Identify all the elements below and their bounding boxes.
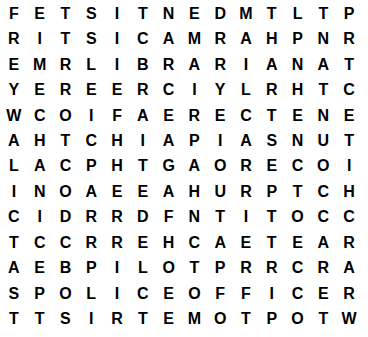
cell-r5c9[interactable]: E bbox=[207, 103, 233, 128]
cell-r7c11[interactable]: E bbox=[259, 154, 285, 179]
cell-r7c8[interactable]: A bbox=[182, 154, 208, 179]
cell-r12c2[interactable]: P bbox=[27, 281, 53, 306]
cell-r13c6[interactable]: T bbox=[130, 307, 156, 332]
cell-r7c14[interactable]: I bbox=[336, 154, 362, 179]
cell-r3c9[interactable]: R bbox=[207, 52, 233, 77]
cell-r11c8[interactable]: T bbox=[182, 256, 208, 281]
cell-r1c1[interactable]: F bbox=[1, 1, 27, 26]
cell-r3c8[interactable]: A bbox=[182, 52, 208, 77]
cell-r5c2[interactable]: C bbox=[27, 103, 53, 128]
cell-r8c11[interactable]: P bbox=[259, 179, 285, 204]
cell-r11c5[interactable]: I bbox=[104, 256, 130, 281]
cell-r3c2[interactable]: M bbox=[27, 52, 53, 77]
cell-r7c7[interactable]: G bbox=[156, 154, 182, 179]
cell-r13c11[interactable]: P bbox=[259, 307, 285, 332]
cell-r4c9[interactable]: Y bbox=[207, 77, 233, 102]
cell-r13c14[interactable]: W bbox=[336, 307, 362, 332]
cell-r2c14[interactable]: R bbox=[336, 26, 362, 51]
cell-r11c11[interactable]: R bbox=[259, 256, 285, 281]
cell-r1c8[interactable]: E bbox=[182, 1, 208, 26]
cell-r5c6[interactable]: A bbox=[130, 103, 156, 128]
cell-r8c1[interactable]: I bbox=[1, 179, 27, 204]
cell-r13c2[interactable]: T bbox=[27, 307, 53, 332]
cell-r8c4[interactable]: A bbox=[78, 179, 104, 204]
cell-r1c6[interactable]: T bbox=[130, 1, 156, 26]
cell-r4c11[interactable]: R bbox=[259, 77, 285, 102]
cell-r9c7[interactable]: F bbox=[156, 205, 182, 230]
cell-r10c1[interactable]: T bbox=[1, 230, 27, 255]
cell-r2c5[interactable]: I bbox=[104, 26, 130, 51]
cell-r11c7[interactable]: O bbox=[156, 256, 182, 281]
cell-r4c7[interactable]: C bbox=[156, 77, 182, 102]
cell-r9c4[interactable]: R bbox=[78, 205, 104, 230]
cell-r12c4[interactable]: L bbox=[78, 281, 104, 306]
cell-r6c13[interactable]: U bbox=[310, 128, 336, 153]
cell-r7c10[interactable]: R bbox=[233, 154, 259, 179]
cell-r4c1[interactable]: Y bbox=[1, 77, 27, 102]
cell-r6c1[interactable]: A bbox=[1, 128, 27, 153]
cell-r10c9[interactable]: A bbox=[207, 230, 233, 255]
cell-r12c14[interactable]: R bbox=[336, 281, 362, 306]
cell-r2c2[interactable]: I bbox=[27, 26, 53, 51]
cell-r10c12[interactable]: E bbox=[285, 230, 311, 255]
cell-r12c10[interactable]: F bbox=[233, 281, 259, 306]
cell-r8c3[interactable]: O bbox=[53, 179, 79, 204]
cell-r1c7[interactable]: N bbox=[156, 1, 182, 26]
cell-r2c9[interactable]: R bbox=[207, 26, 233, 51]
cell-r4c14[interactable]: C bbox=[336, 77, 362, 102]
cell-r3c14[interactable]: T bbox=[336, 52, 362, 77]
cell-r5c7[interactable]: E bbox=[156, 103, 182, 128]
cell-r10c2[interactable]: C bbox=[27, 230, 53, 255]
cell-r4c6[interactable]: R bbox=[130, 77, 156, 102]
cell-r10c11[interactable]: T bbox=[259, 230, 285, 255]
cell-r5c3[interactable]: O bbox=[53, 103, 79, 128]
cell-r6c11[interactable]: S bbox=[259, 128, 285, 153]
cell-r9c11[interactable]: T bbox=[259, 205, 285, 230]
cell-r13c9[interactable]: O bbox=[207, 307, 233, 332]
cell-r9c5[interactable]: R bbox=[104, 205, 130, 230]
cell-r12c1[interactable]: S bbox=[1, 281, 27, 306]
cell-r3c6[interactable]: B bbox=[130, 52, 156, 77]
cell-r9c13[interactable]: C bbox=[310, 205, 336, 230]
cell-r3c12[interactable]: N bbox=[285, 52, 311, 77]
cell-r11c10[interactable]: R bbox=[233, 256, 259, 281]
cell-r2c3[interactable]: T bbox=[53, 26, 79, 51]
cell-r11c4[interactable]: P bbox=[78, 256, 104, 281]
cell-r9c2[interactable]: I bbox=[27, 205, 53, 230]
cell-r6c5[interactable]: H bbox=[104, 128, 130, 153]
cell-r12c12[interactable]: C bbox=[285, 281, 311, 306]
cell-r13c7[interactable]: E bbox=[156, 307, 182, 332]
cell-r7c6[interactable]: T bbox=[130, 154, 156, 179]
cell-r13c1[interactable]: T bbox=[1, 307, 27, 332]
cell-r11c9[interactable]: P bbox=[207, 256, 233, 281]
cell-r2c6[interactable]: C bbox=[130, 26, 156, 51]
cell-r6c10[interactable]: A bbox=[233, 128, 259, 153]
cell-r6c7[interactable]: A bbox=[156, 128, 182, 153]
cell-r12c8[interactable]: O bbox=[182, 281, 208, 306]
cell-r3c5[interactable]: I bbox=[104, 52, 130, 77]
cell-r6c4[interactable]: C bbox=[78, 128, 104, 153]
cell-r8c5[interactable]: E bbox=[104, 179, 130, 204]
cell-r11c6[interactable]: L bbox=[130, 256, 156, 281]
cell-r9c9[interactable]: T bbox=[207, 205, 233, 230]
cell-r10c8[interactable]: C bbox=[182, 230, 208, 255]
cell-r4c8[interactable]: I bbox=[182, 77, 208, 102]
cell-r10c4[interactable]: R bbox=[78, 230, 104, 255]
cell-r13c5[interactable]: R bbox=[104, 307, 130, 332]
cell-r2c13[interactable]: N bbox=[310, 26, 336, 51]
cell-r12c5[interactable]: I bbox=[104, 281, 130, 306]
cell-r5c5[interactable]: F bbox=[104, 103, 130, 128]
cell-r13c3[interactable]: S bbox=[53, 307, 79, 332]
cell-r7c3[interactable]: C bbox=[53, 154, 79, 179]
cell-r8c13[interactable]: C bbox=[310, 179, 336, 204]
cell-r3c1[interactable]: E bbox=[1, 52, 27, 77]
cell-r6c8[interactable]: P bbox=[182, 128, 208, 153]
cell-r1c2[interactable]: E bbox=[27, 1, 53, 26]
cell-r10c3[interactable]: C bbox=[53, 230, 79, 255]
cell-r1c10[interactable]: M bbox=[233, 1, 259, 26]
cell-r9c1[interactable]: C bbox=[1, 205, 27, 230]
cell-r11c13[interactable]: R bbox=[310, 256, 336, 281]
cell-r1c9[interactable]: D bbox=[207, 1, 233, 26]
cell-r12c6[interactable]: C bbox=[130, 281, 156, 306]
cell-r1c3[interactable]: T bbox=[53, 1, 79, 26]
cell-r10c6[interactable]: E bbox=[130, 230, 156, 255]
cell-r8c12[interactable]: T bbox=[285, 179, 311, 204]
cell-r11c12[interactable]: C bbox=[285, 256, 311, 281]
cell-r8c2[interactable]: N bbox=[27, 179, 53, 204]
cell-r5c13[interactable]: N bbox=[310, 103, 336, 128]
cell-r5c4[interactable]: I bbox=[78, 103, 104, 128]
cell-r1c14[interactable]: P bbox=[336, 1, 362, 26]
cell-r5c8[interactable]: R bbox=[182, 103, 208, 128]
cell-r13c12[interactable]: O bbox=[285, 307, 311, 332]
cell-r13c4[interactable]: I bbox=[78, 307, 104, 332]
cell-r10c10[interactable]: E bbox=[233, 230, 259, 255]
cell-r7c4[interactable]: P bbox=[78, 154, 104, 179]
cell-r7c2[interactable]: A bbox=[27, 154, 53, 179]
cell-r11c1[interactable]: A bbox=[1, 256, 27, 281]
cell-r10c13[interactable]: A bbox=[310, 230, 336, 255]
cell-r10c14[interactable]: R bbox=[336, 230, 362, 255]
cell-r9c8[interactable]: N bbox=[182, 205, 208, 230]
cell-r3c3[interactable]: R bbox=[53, 52, 79, 77]
cell-r7c5[interactable]: H bbox=[104, 154, 130, 179]
cell-r5c12[interactable]: E bbox=[285, 103, 311, 128]
cell-r6c6[interactable]: I bbox=[130, 128, 156, 153]
cell-r12c9[interactable]: F bbox=[207, 281, 233, 306]
cell-r4c12[interactable]: H bbox=[285, 77, 311, 102]
cell-r1c4[interactable]: S bbox=[78, 1, 104, 26]
cell-r12c7[interactable]: E bbox=[156, 281, 182, 306]
cell-r2c8[interactable]: M bbox=[182, 26, 208, 51]
cell-r1c12[interactable]: L bbox=[285, 1, 311, 26]
cell-r12c3[interactable]: O bbox=[53, 281, 79, 306]
cell-r4c3[interactable]: R bbox=[53, 77, 79, 102]
cell-r1c13[interactable]: T bbox=[310, 1, 336, 26]
cell-r3c4[interactable]: L bbox=[78, 52, 104, 77]
cell-r6c14[interactable]: T bbox=[336, 128, 362, 153]
cell-r5c11[interactable]: T bbox=[259, 103, 285, 128]
cell-r6c3[interactable]: T bbox=[53, 128, 79, 153]
cell-r7c12[interactable]: C bbox=[285, 154, 311, 179]
cell-r13c13[interactable]: T bbox=[310, 307, 336, 332]
cell-r7c9[interactable]: O bbox=[207, 154, 233, 179]
cell-r2c11[interactable]: H bbox=[259, 26, 285, 51]
cell-r8c8[interactable]: H bbox=[182, 179, 208, 204]
cell-r8c9[interactable]: U bbox=[207, 179, 233, 204]
cell-r11c2[interactable]: E bbox=[27, 256, 53, 281]
cell-r4c4[interactable]: E bbox=[78, 77, 104, 102]
cell-r7c1[interactable]: L bbox=[1, 154, 27, 179]
cell-r2c10[interactable]: A bbox=[233, 26, 259, 51]
cell-r9c6[interactable]: D bbox=[130, 205, 156, 230]
cell-r3c7[interactable]: R bbox=[156, 52, 182, 77]
cell-r2c12[interactable]: P bbox=[285, 26, 311, 51]
cell-r6c9[interactable]: I bbox=[207, 128, 233, 153]
cell-r8c14[interactable]: H bbox=[336, 179, 362, 204]
cell-r13c10[interactable]: T bbox=[233, 307, 259, 332]
cell-r3c13[interactable]: A bbox=[310, 52, 336, 77]
cell-r10c7[interactable]: H bbox=[156, 230, 182, 255]
cell-r1c5[interactable]: I bbox=[104, 1, 130, 26]
cell-r1c11[interactable]: T bbox=[259, 1, 285, 26]
cell-r3c11[interactable]: A bbox=[259, 52, 285, 77]
cell-r9c12[interactable]: O bbox=[285, 205, 311, 230]
cell-r10c5[interactable]: R bbox=[104, 230, 130, 255]
cell-r12c13[interactable]: E bbox=[310, 281, 336, 306]
cell-r8c7[interactable]: A bbox=[156, 179, 182, 204]
cell-r6c2[interactable]: H bbox=[27, 128, 53, 153]
cell-r8c6[interactable]: E bbox=[130, 179, 156, 204]
cell-r6c12[interactable]: N bbox=[285, 128, 311, 153]
word-search-grid: FETSITNEDMTLTPRITSICAMRAHPNREMRLIBRARIAN… bbox=[0, 0, 368, 337]
cell-r9c14[interactable]: C bbox=[336, 205, 362, 230]
cell-r9c10[interactable]: I bbox=[233, 205, 259, 230]
cell-r11c14[interactable]: A bbox=[336, 256, 362, 281]
cell-r4c10[interactable]: L bbox=[233, 77, 259, 102]
cell-r9c3[interactable]: D bbox=[53, 205, 79, 230]
cell-r2c7[interactable]: A bbox=[156, 26, 182, 51]
cell-r3c10[interactable]: I bbox=[233, 52, 259, 77]
cell-r11c3[interactable]: B bbox=[53, 256, 79, 281]
cell-r12c11[interactable]: I bbox=[259, 281, 285, 306]
cell-r4c5[interactable]: E bbox=[104, 77, 130, 102]
cell-r2c1[interactable]: R bbox=[1, 26, 27, 51]
cell-r7c13[interactable]: O bbox=[310, 154, 336, 179]
cell-r5c14[interactable]: E bbox=[336, 103, 362, 128]
cell-r13c8[interactable]: M bbox=[182, 307, 208, 332]
cell-r4c13[interactable]: T bbox=[310, 77, 336, 102]
cell-r5c1[interactable]: W bbox=[1, 103, 27, 128]
cell-r2c4[interactable]: S bbox=[78, 26, 104, 51]
cell-r8c10[interactable]: R bbox=[233, 179, 259, 204]
cell-r5c10[interactable]: C bbox=[233, 103, 259, 128]
cell-r4c2[interactable]: E bbox=[27, 77, 53, 102]
